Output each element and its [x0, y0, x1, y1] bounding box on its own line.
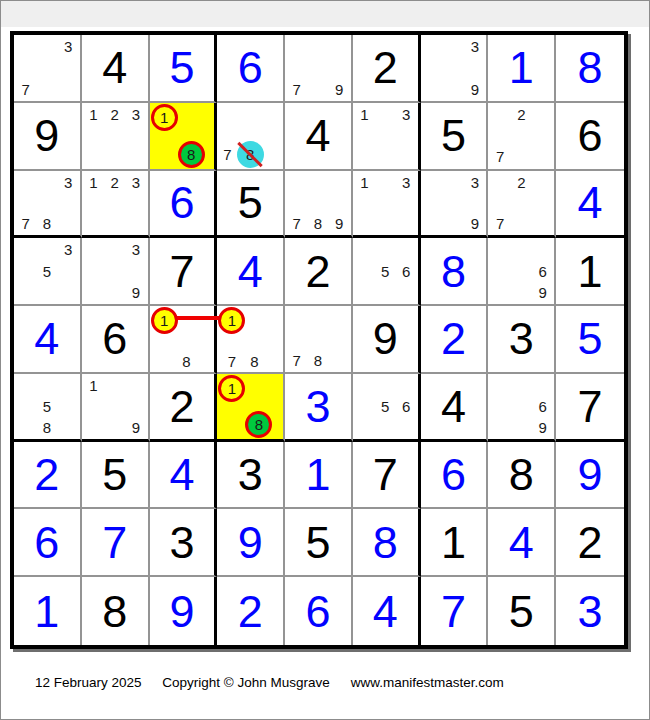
cell-r8c5[interactable]: 5: [285, 509, 353, 577]
cell-r9c6[interactable]: 4: [353, 577, 421, 645]
footer-copyright: Copyright © John Musgrave: [162, 675, 330, 690]
cell-value-solved: 1: [488, 35, 554, 101]
candidate-grid: 13: [354, 172, 417, 235]
candidate-slot: [245, 402, 272, 411]
cell-r5c1[interactable]: 4: [14, 306, 82, 374]
candidate-slot: [354, 125, 375, 146]
candidate-slot: [396, 282, 417, 303]
cell-value-solved: 1: [14, 577, 80, 645]
candidate-7: 7: [15, 79, 36, 100]
cell-r2c8[interactable]: 27: [488, 103, 556, 171]
cell-value-given: 2: [285, 238, 351, 304]
candidate-slot: [489, 104, 510, 125]
cell-r9c4[interactable]: 2: [217, 577, 285, 645]
cell-r4c3[interactable]: 7: [150, 238, 218, 306]
candidate-slot: [354, 213, 375, 234]
cell-value-solved: 9: [150, 577, 215, 645]
cell-r1c9[interactable]: 8: [556, 35, 624, 103]
candidate-slot: [532, 172, 553, 193]
candidate-slot: [195, 334, 213, 352]
candidate-grid: 58: [15, 375, 79, 438]
candidate-slot: [286, 172, 307, 193]
cell-value-solved: 1: [285, 442, 351, 508]
candidate-grid: 178: [218, 307, 282, 371]
cell-r2c7[interactable]: 5: [421, 103, 489, 171]
cell-value-solved: 8: [353, 509, 418, 575]
candidate-slot: [354, 146, 375, 167]
candidate-slot: [354, 375, 375, 396]
candidate-slot: [532, 104, 553, 125]
candidate-slot: [125, 213, 146, 234]
candidate-slot: [489, 125, 510, 146]
candidate-slot: [375, 282, 396, 303]
cell-r3c8[interactable]: 27: [488, 171, 556, 239]
cell-r3c6[interactable]: 13: [353, 171, 421, 239]
candidate-slot: [83, 282, 104, 303]
candidate-7: 7: [218, 141, 236, 168]
candidate-slot: [178, 334, 196, 352]
candidate-8: 8: [237, 141, 264, 168]
candidate-slot: [511, 375, 532, 396]
candidate-slot: [375, 375, 396, 396]
cell-r3c4[interactable]: 5: [217, 171, 285, 239]
candidate-slot: [422, 57, 443, 78]
candidate-slot: [307, 328, 328, 349]
candidate-5: 5: [36, 261, 57, 282]
cell-r9c3[interactable]: 9: [150, 577, 218, 645]
candidate-slot: [329, 328, 350, 349]
candidate-slot: [286, 307, 307, 328]
candidate-9: 9: [532, 282, 553, 303]
candidate-slot: [36, 192, 57, 213]
candidate-slot: [396, 125, 417, 146]
cell-r6c5[interactable]: 3: [285, 374, 353, 442]
candidate-slot: [422, 36, 443, 57]
candidate-slot: [489, 172, 510, 193]
candidate-grid: 789: [286, 172, 350, 235]
candidate-grid: 27: [489, 172, 553, 235]
candidate-slot: [396, 375, 417, 396]
candidate-slot: [375, 146, 396, 167]
cell-r8c3[interactable]: 3: [150, 509, 218, 577]
cell-value-solved: 5: [150, 35, 215, 101]
cell-r2c1[interactable]: 9: [14, 103, 82, 171]
candidate-1: 1: [354, 104, 375, 125]
cell-r7c2[interactable]: 5: [82, 442, 150, 510]
cell-r5c4[interactable]: 178: [217, 306, 285, 374]
candidate-slot: [489, 239, 510, 260]
cell-r4c6[interactable]: 56: [353, 238, 421, 306]
page: 3745679239189123187841352763781236578913…: [0, 0, 650, 720]
candidate-slot: [354, 282, 375, 303]
cell-value-given: 5: [285, 509, 351, 575]
cell-r3c1[interactable]: 378: [14, 171, 82, 239]
candidate-grid: 27: [489, 104, 553, 168]
candidate-2: 2: [104, 104, 125, 125]
cell-r7c9[interactable]: 9: [556, 442, 624, 510]
cell-value-given: 5: [421, 103, 487, 169]
candidate-slot: [354, 239, 375, 260]
cell-value-given: 7: [150, 238, 215, 304]
cell-r8c6[interactable]: 8: [353, 509, 421, 577]
cell-r1c1[interactable]: 37: [14, 35, 82, 103]
candidate-7: 7: [15, 213, 36, 234]
cell-r5c9[interactable]: 5: [556, 306, 624, 374]
candidate-slot: [125, 146, 146, 167]
sudoku-board: 3745679239189123187841352763781236578913…: [10, 31, 628, 649]
cell-r8c8[interactable]: 4: [488, 509, 556, 577]
candidate-slot: [245, 334, 263, 352]
candidate-9: 9: [125, 282, 146, 303]
candidate-slot: [151, 131, 178, 141]
candidate-7: 7: [286, 79, 307, 100]
cell-r6c9[interactable]: 7: [556, 374, 624, 442]
cell-r8c7[interactable]: 1: [421, 509, 489, 577]
candidate-8: 8: [36, 213, 57, 234]
candidate-grid: 39: [422, 36, 486, 100]
cell-r8c9[interactable]: 2: [556, 509, 624, 577]
candidate-slot: [307, 307, 328, 328]
candidate-slot: [489, 261, 510, 282]
cell-r4c8[interactable]: 69: [488, 238, 556, 306]
candidate-slot: [464, 57, 485, 78]
cell-r4c9[interactable]: 1: [556, 238, 624, 306]
cell-r8c2[interactable]: 7: [82, 509, 150, 577]
cell-value-given: 7: [556, 374, 624, 439]
candidate-slot: [264, 122, 282, 140]
candidate-slot: [15, 57, 36, 78]
candidate-slot: [375, 104, 396, 125]
cell-r6c3[interactable]: 2: [150, 374, 218, 442]
mark-ring: 1: [218, 375, 245, 402]
mark-ring-green: 8: [178, 141, 205, 168]
candidate-grid: 56: [354, 239, 417, 303]
cell-value-given: 2: [556, 509, 624, 575]
candidate-3: 3: [125, 104, 146, 125]
cell-value-solved: 4: [353, 577, 418, 645]
cell-r1c7[interactable]: 39: [421, 35, 489, 103]
candidate-3: 3: [464, 36, 485, 57]
cell-r3c5[interactable]: 789: [285, 171, 353, 239]
candidate-grid: 69: [489, 239, 553, 303]
candidate-2: 2: [511, 104, 532, 125]
candidate-3: 3: [58, 239, 79, 260]
candidate-slot: [104, 261, 125, 282]
cell-r1c3[interactable]: 5: [150, 35, 218, 103]
candidate-slot: [375, 172, 396, 193]
candidate-grid: 39: [422, 172, 486, 235]
cell-r5c2[interactable]: 6: [82, 306, 150, 374]
footer: 12 February 2025 Copyright © John Musgra…: [35, 675, 649, 690]
candidate-slot: [58, 192, 79, 213]
candidate-grid: 37: [15, 36, 79, 100]
candidate-slot: [489, 282, 510, 303]
cell-r4c4[interactable]: 4: [217, 238, 285, 306]
candidate-slot: [396, 213, 417, 234]
cell-value-solved: 9: [556, 442, 624, 508]
candidate-slot: [532, 146, 553, 167]
candidate-2: 2: [511, 172, 532, 193]
candidate-slot: [104, 239, 125, 260]
candidate-slot: [464, 192, 485, 213]
candidate-9: 9: [532, 417, 553, 438]
mark-ring-green: 8: [245, 411, 272, 438]
candidate-slot: [195, 352, 213, 370]
mark-ring: 1: [151, 104, 178, 131]
cell-value-solved: 6: [285, 577, 351, 645]
cell-r1c8[interactable]: 1: [488, 35, 556, 103]
candidate-slot: [489, 375, 510, 396]
cell-value-given: 1: [421, 509, 487, 575]
cell-r2c6[interactable]: 13: [353, 103, 421, 171]
candidate-3: 3: [125, 239, 146, 260]
cell-value-solved: 8: [556, 35, 624, 101]
candidate-slot: [264, 352, 282, 370]
candidate-slot: [237, 104, 264, 122]
candidate-5: 5: [375, 261, 396, 282]
candidate-slot: [178, 104, 205, 131]
candidate-3: 3: [58, 36, 79, 57]
candidate-slot: [15, 261, 36, 282]
cell-r1c5[interactable]: 79: [285, 35, 353, 103]
candidate-1: 1: [83, 104, 104, 125]
cell-value-solved: 3: [285, 374, 351, 439]
candidate-slot: [511, 417, 532, 438]
candidate-slot: [264, 334, 282, 352]
candidate-slot: [104, 146, 125, 167]
candidate-grid: 39: [83, 239, 147, 303]
candidate-3: 3: [396, 104, 417, 125]
candidate-slot: [443, 36, 464, 57]
candidate-grid: 79: [286, 36, 350, 100]
cell-r9c2[interactable]: 8: [82, 577, 150, 645]
candidate-slot: [104, 213, 125, 234]
candidate-slot: [375, 125, 396, 146]
candidate-slot: [286, 36, 307, 57]
candidate-slot: [511, 192, 532, 213]
candidate-1: 1: [83, 172, 104, 193]
cell-value-solved: 7: [421, 577, 487, 645]
cell-r7c6[interactable]: 7: [353, 442, 421, 510]
cell-value-given: 6: [556, 103, 624, 169]
cell-r8c1[interactable]: 6: [14, 509, 82, 577]
cell-value-solved: 6: [14, 509, 80, 575]
candidate-grid: 18: [151, 104, 214, 168]
candidate-8: 8: [36, 417, 57, 438]
candidate-slot: [511, 396, 532, 417]
candidate-slot: [329, 36, 350, 57]
cell-value-given: 8: [488, 442, 554, 508]
candidate-slot: [15, 172, 36, 193]
cell-r4c5[interactable]: 2: [285, 238, 353, 306]
candidate-slot: [83, 125, 104, 146]
candidate-slot: [272, 402, 282, 411]
candidate-slot: [511, 125, 532, 146]
cell-value-solved: 6: [150, 171, 215, 236]
cell-r6c6[interactable]: 56: [353, 374, 421, 442]
candidate-grid: 56: [354, 375, 417, 438]
cell-r6c4[interactable]: 18: [217, 374, 285, 442]
cell-value-given: 2: [353, 35, 418, 101]
footer-website-link[interactable]: www.manifestmaster.com: [351, 675, 504, 690]
cell-value-solved: 9: [217, 509, 283, 575]
cell-r6c7[interactable]: 4: [421, 374, 489, 442]
candidate-slot: [396, 239, 417, 260]
cell-r5c5[interactable]: 78: [285, 306, 353, 374]
candidate-slot: [443, 213, 464, 234]
candidate-slot: [354, 192, 375, 213]
candidate-9: 9: [329, 79, 350, 100]
candidate-slot: [205, 131, 214, 141]
cell-r3c2[interactable]: 123: [82, 171, 150, 239]
cell-value-given: 3: [217, 442, 283, 508]
candidate-5: 5: [36, 396, 57, 417]
candidate-slot: [83, 396, 104, 417]
candidate-slot: [104, 417, 125, 438]
candidate-slot: [58, 79, 79, 100]
cell-r2c2[interactable]: 123: [82, 103, 150, 171]
candidate-1: 1: [218, 307, 245, 334]
cell-value-solved: 6: [421, 442, 487, 508]
candidate-grid: 78: [286, 307, 350, 371]
candidate-slot: [36, 36, 57, 57]
cell-r9c9[interactable]: 3: [556, 577, 624, 645]
candidate-slot: [178, 131, 205, 141]
candidate-1: 1: [83, 375, 104, 396]
candidate-8: 8: [307, 350, 328, 371]
cell-value-solved: 4: [217, 238, 283, 304]
candidate-slot: [218, 122, 236, 140]
candidate-slot: [58, 396, 79, 417]
candidate-slot: [422, 172, 443, 193]
cell-value-given: 1: [556, 238, 624, 304]
candidate-slot: [58, 417, 79, 438]
cell-r2c5[interactable]: 4: [285, 103, 353, 171]
candidate-slot: [532, 213, 553, 234]
cell-value-solved: 2: [421, 306, 487, 372]
candidate-grid: 35: [15, 239, 79, 303]
candidate-slot: [264, 104, 282, 122]
candidate-slot: [125, 396, 146, 417]
candidate-slot: [329, 172, 350, 193]
cell-value-solved: 2: [217, 577, 283, 645]
cell-value-solved: 8: [421, 238, 487, 304]
cell-r4c1[interactable]: 35: [14, 238, 82, 306]
candidate-grid: 13: [354, 104, 417, 168]
cell-r7c1[interactable]: 2: [14, 442, 82, 510]
candidate-slot: [511, 282, 532, 303]
candidate-7: 7: [286, 350, 307, 371]
cell-r9c1[interactable]: 1: [14, 577, 82, 645]
cell-r3c3[interactable]: 6: [150, 171, 218, 239]
candidate-slot: [83, 192, 104, 213]
candidate-1: 1: [354, 172, 375, 193]
candidate-slot: [58, 375, 79, 396]
candidate-slot: [178, 307, 196, 334]
cell-r5c6[interactable]: 9: [353, 306, 421, 374]
cell-r7c3[interactable]: 4: [150, 442, 218, 510]
cell-r1c6[interactable]: 2: [353, 35, 421, 103]
cell-r3c9[interactable]: 4: [556, 171, 624, 239]
candidate-slot: [36, 239, 57, 260]
candidate-slot: [422, 213, 443, 234]
cell-r2c4[interactable]: 78: [217, 103, 285, 171]
candidate-slot: [375, 192, 396, 213]
candidate-slot: [511, 146, 532, 167]
cell-r4c7[interactable]: 8: [421, 238, 489, 306]
cell-r6c1[interactable]: 58: [14, 374, 82, 442]
candidate-slot: [125, 192, 146, 213]
cell-r6c8[interactable]: 69: [488, 374, 556, 442]
cell-r6c2[interactable]: 19: [82, 374, 150, 442]
cell-r5c7[interactable]: 2: [421, 306, 489, 374]
cell-value-given: 2: [150, 374, 215, 439]
candidate-slot: [532, 375, 553, 396]
cell-value-given: 3: [150, 509, 215, 575]
cell-r9c7[interactable]: 7: [421, 577, 489, 645]
candidate-slot: [396, 146, 417, 167]
candidate-9: 9: [464, 213, 485, 234]
candidate-slot: [354, 396, 375, 417]
cell-value-given: 5: [488, 577, 554, 645]
candidate-2: 2: [104, 172, 125, 193]
cell-r2c3[interactable]: 18: [150, 103, 218, 171]
candidate-slot: [272, 411, 282, 438]
candidate-slot: [125, 125, 146, 146]
candidate-9: 9: [329, 213, 350, 234]
candidate-slot: [329, 307, 350, 328]
cell-r1c4[interactable]: 6: [217, 35, 285, 103]
candidate-slot: [104, 282, 125, 303]
candidate-slot: [375, 239, 396, 260]
cell-r2c9[interactable]: 6: [556, 103, 624, 171]
cell-value-given: 8: [82, 577, 148, 645]
candidate-8: 8: [307, 213, 328, 234]
candidate-slot: [104, 375, 125, 396]
candidate-slot: [58, 261, 79, 282]
candidate-1: 1: [151, 307, 178, 334]
cell-value-solved: 6: [217, 35, 283, 101]
candidate-3: 3: [58, 172, 79, 193]
candidate-slot: [307, 36, 328, 57]
cell-r7c8[interactable]: 8: [488, 442, 556, 510]
candidate-slot: [396, 417, 417, 438]
footer-date: 12 February 2025: [35, 675, 142, 690]
candidate-8: 8: [178, 352, 196, 370]
candidate-slot: [15, 192, 36, 213]
cell-value-given: 4: [82, 35, 148, 101]
cell-r9c5[interactable]: 6: [285, 577, 353, 645]
cell-r1c2[interactable]: 4: [82, 35, 150, 103]
cell-r8c4[interactable]: 9: [217, 509, 285, 577]
candidate-slot: [104, 192, 125, 213]
cell-r9c8[interactable]: 5: [488, 577, 556, 645]
candidate-slot: [205, 104, 214, 131]
cell-r7c5[interactable]: 1: [285, 442, 353, 510]
candidate-slot: [329, 192, 350, 213]
cell-r5c8[interactable]: 3: [488, 306, 556, 374]
cell-r3c7[interactable]: 39: [421, 171, 489, 239]
candidate-slot: [125, 375, 146, 396]
candidate-slot: [218, 334, 245, 352]
candidate-slot: [15, 396, 36, 417]
candidate-grid: 19: [83, 375, 147, 438]
candidate-slot: [15, 239, 36, 260]
cell-r7c7[interactable]: 6: [421, 442, 489, 510]
cell-r7c4[interactable]: 3: [217, 442, 285, 510]
cell-r4c2[interactable]: 39: [82, 238, 150, 306]
candidate-grid: 69: [489, 375, 553, 438]
